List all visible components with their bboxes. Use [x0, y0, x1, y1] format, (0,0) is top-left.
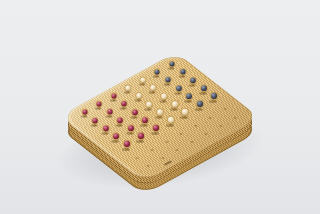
gem-head: [201, 85, 207, 91]
gem-head: [186, 93, 192, 99]
peg-ruby[interactable]: [141, 116, 151, 126]
gem-head: [132, 109, 138, 115]
board-hole[interactable]: [136, 157, 139, 159]
gem-head: [182, 109, 188, 115]
gem-head: [124, 141, 130, 147]
peg-pearl[interactable]: [170, 100, 180, 110]
peg-pearl[interactable]: [134, 93, 143, 102]
board-hole[interactable]: [150, 149, 153, 151]
gem-head: [165, 77, 170, 82]
gem-head: [117, 117, 123, 123]
gem-head: [151, 85, 156, 90]
gem-head: [92, 118, 97, 123]
gem-head: [180, 69, 185, 74]
gem-head: [122, 101, 127, 106]
gem-head: [211, 93, 217, 99]
board-hole[interactable]: [176, 149, 179, 151]
board-hole[interactable]: [219, 125, 222, 127]
gem-head: [176, 85, 182, 91]
gem-head: [136, 93, 141, 98]
peg-ruby[interactable]: [80, 109, 88, 117]
board-hole[interactable]: [194, 125, 197, 127]
gem-head: [140, 77, 145, 82]
peg-pearl[interactable]: [180, 108, 190, 118]
peg-ruby[interactable]: [116, 116, 125, 125]
peg-sapphire[interactable]: [209, 92, 219, 102]
peg-sapphire[interactable]: [184, 92, 194, 102]
peg-ruby[interactable]: [101, 125, 110, 134]
gem-head: [153, 125, 159, 131]
board-hole[interactable]: [205, 133, 208, 135]
peg-sapphire[interactable]: [178, 68, 187, 77]
peg-sapphire[interactable]: [168, 61, 176, 69]
gem-head: [172, 101, 178, 107]
peg-sapphire[interactable]: [174, 84, 183, 93]
peg-ruby[interactable]: [111, 132, 121, 142]
peg-ruby[interactable]: [130, 108, 139, 117]
board-hole[interactable]: [180, 133, 183, 135]
peg-ruby[interactable]: [91, 117, 100, 126]
peg-gold-stem: [109, 114, 111, 118]
board-hole[interactable]: [234, 117, 237, 119]
board-hole[interactable]: [223, 108, 226, 110]
peg-ruby[interactable]: [136, 132, 146, 142]
scene: [0, 0, 320, 214]
peg-field: [0, 0, 320, 214]
peg-ruby[interactable]: [151, 124, 161, 134]
peg-ruby[interactable]: [122, 140, 132, 150]
gem-head: [107, 110, 112, 115]
peg-sapphire[interactable]: [164, 76, 173, 85]
peg-sapphire[interactable]: [195, 100, 205, 110]
peg-ruby[interactable]: [95, 101, 103, 109]
peg-sapphire[interactable]: [199, 84, 209, 94]
peg-pearl[interactable]: [165, 116, 175, 126]
board-hole[interactable]: [146, 165, 149, 167]
gem-head: [190, 77, 196, 83]
gem-head: [157, 109, 163, 115]
gem-head: [111, 94, 116, 99]
gem-head: [147, 101, 153, 107]
peg-sapphire[interactable]: [153, 69, 161, 77]
gem-head: [161, 93, 167, 99]
peg-pearl[interactable]: [139, 77, 147, 85]
gem-head: [142, 117, 148, 123]
peg-ruby[interactable]: [110, 93, 118, 101]
peg-gold-stem: [126, 146, 128, 150]
board-hole[interactable]: [209, 117, 212, 119]
peg-ruby[interactable]: [126, 124, 136, 134]
gem-head: [167, 117, 173, 123]
gem-head: [103, 125, 109, 131]
gem-head: [126, 86, 131, 91]
gem-head: [138, 133, 144, 139]
board-hole[interactable]: [190, 141, 193, 143]
peg-pearl[interactable]: [155, 108, 165, 118]
gem-head: [82, 110, 87, 115]
gem-head: [113, 133, 119, 139]
gem-head: [197, 101, 203, 107]
peg-pearl[interactable]: [149, 84, 158, 93]
peg-sapphire[interactable]: [189, 76, 198, 85]
peg-ruby[interactable]: [105, 109, 114, 118]
gem-head: [128, 125, 134, 131]
peg-pearl[interactable]: [145, 100, 154, 109]
peg-pearl[interactable]: [159, 92, 168, 101]
board-hole[interactable]: [161, 157, 164, 159]
board-hole[interactable]: [165, 141, 168, 143]
gem-head: [170, 61, 175, 66]
gem-head: [155, 69, 160, 74]
peg-gold-stem: [138, 98, 140, 102]
gem-head: [97, 102, 102, 107]
peg-pearl[interactable]: [124, 85, 132, 93]
peg-ruby[interactable]: [120, 101, 129, 110]
